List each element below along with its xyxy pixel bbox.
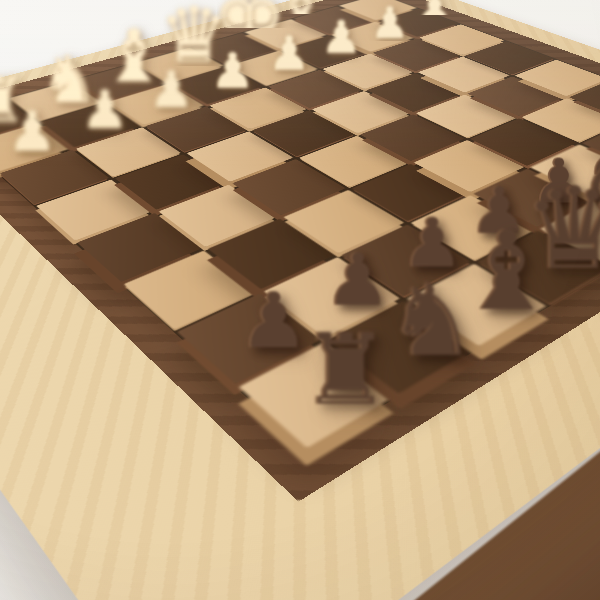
square	[296, 134, 410, 188]
board-grid: ♜♞♝♛♚♝♞♜♟♟♟♟♟♟♟♟♟♟♟♟♟♟♟♟♜♞♝♛♚♝♞♜	[0, 0, 600, 451]
board-tile	[530, 144, 600, 197]
walnut-inner-border: ♜♞♝♛♚♝♞♜♟♟♟♟♟♟♟♟♟♟♟♟♟♟♟♟♜♞♝♛♚♝♞♜	[0, 0, 600, 502]
square	[33, 178, 155, 242]
photo-scene: ♜♞♝♛♚♝♞♜♟♟♟♟♟♟♟♟♟♟♟♟♟♟♟♟♜♞♝♛♚♝♞♜	[0, 0, 600, 600]
square: ♝	[404, 262, 550, 349]
square: ♟	[338, 223, 474, 299]
chess-board: ♜♞♝♛♚♝♞♜♟♟♟♟♟♟♟♟♟♟♟♟♟♟♟♟♜♞♝♛♚♝♞♜	[0, 0, 600, 600]
square	[0, 149, 112, 206]
maple-outer-frame: ♜♞♝♛♚♝♞♜♟♟♟♟♟♟♟♟♟♟♟♟♟♟♟♟♜♞♝♛♚♝♞♜	[0, 0, 600, 600]
square	[364, 72, 464, 113]
board-tile	[77, 213, 201, 282]
